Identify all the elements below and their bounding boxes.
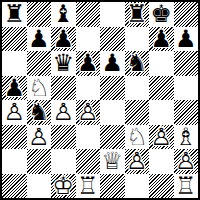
black-knight: ♞: [125, 51, 150, 76]
square-e3[interactable]: [100, 125, 125, 150]
white-queen: ♛♕: [100, 149, 125, 174]
piece-glyph: ♛: [51, 51, 76, 76]
white-knight: ♞♘: [27, 76, 52, 101]
square-a4[interactable]: ♟♙: [2, 100, 27, 125]
square-a8[interactable]: ♜: [2, 2, 27, 27]
black-pawn: ♟: [100, 51, 125, 76]
piece-outline-glyph: ♙: [149, 125, 174, 150]
square-c1[interactable]: ♚♔: [51, 174, 76, 199]
square-g6[interactable]: [149, 51, 174, 76]
black-queen: ♛: [51, 51, 76, 76]
square-a6[interactable]: [2, 51, 27, 76]
piece-glyph: ♟: [100, 51, 125, 76]
square-c7[interactable]: ♟: [51, 27, 76, 52]
square-c4[interactable]: ♟♙: [51, 100, 76, 125]
square-f7[interactable]: [125, 27, 150, 52]
square-d1[interactable]: ♜♖: [76, 174, 101, 199]
square-a1[interactable]: [2, 174, 27, 199]
square-b3[interactable]: ♟♙: [27, 125, 52, 150]
square-e1[interactable]: [100, 174, 125, 199]
square-a3[interactable]: [2, 125, 27, 150]
piece-outline-glyph: ♙: [51, 100, 76, 125]
piece-outline-glyph: ♖: [174, 174, 199, 199]
black-pawn: ♟: [51, 27, 76, 52]
square-b1[interactable]: [27, 174, 52, 199]
piece-outline-glyph: ♗: [174, 125, 199, 150]
piece-outline-glyph: ♙: [27, 125, 52, 150]
square-d5[interactable]: [76, 76, 101, 101]
square-e4[interactable]: [100, 100, 125, 125]
white-pawn: ♟♙: [2, 100, 27, 125]
piece-glyph: ♟: [174, 27, 199, 52]
piece-outline-glyph: ♔: [51, 174, 76, 199]
piece-glyph: ♟: [2, 76, 27, 101]
white-rook: ♜♖: [76, 174, 101, 199]
square-g5[interactable]: [149, 76, 174, 101]
white-knight: ♞♘: [125, 125, 150, 150]
piece-glyph: ♟: [76, 51, 101, 76]
square-c5[interactable]: [51, 76, 76, 101]
square-h6[interactable]: [174, 51, 199, 76]
piece-outline-glyph: ♙: [174, 149, 199, 174]
square-e7[interactable]: [100, 27, 125, 52]
square-g7[interactable]: ♟: [149, 27, 174, 52]
square-f5[interactable]: [125, 76, 150, 101]
black-rook: ♜: [125, 2, 150, 27]
square-f1[interactable]: [125, 174, 150, 199]
square-b6[interactable]: [27, 51, 52, 76]
square-b4[interactable]: ♞: [27, 100, 52, 125]
piece-outline-glyph: ♘: [27, 76, 52, 101]
piece-glyph: ♟: [51, 27, 76, 52]
chess-board: ♜♝♜♚♟♟♟♟♛♟♟♞♟♞♘♟♙♞♟♙♟♙♟♙♞♘♟♙♝♗♛♕♟♙♟♙♚♔♜♖…: [0, 0, 200, 200]
black-knight: ♞: [27, 100, 52, 125]
square-a2[interactable]: [2, 149, 27, 174]
piece-glyph: ♚: [149, 2, 174, 27]
square-b2[interactable]: [27, 149, 52, 174]
piece-outline-glyph: ♙: [76, 100, 101, 125]
piece-glyph: ♟: [149, 27, 174, 52]
square-a7[interactable]: [2, 27, 27, 52]
square-h8[interactable]: [174, 2, 199, 27]
black-pawn: ♟: [2, 76, 27, 101]
white-rook: ♜♖: [174, 174, 199, 199]
square-f4[interactable]: [125, 100, 150, 125]
piece-outline-glyph: ♖: [76, 174, 101, 199]
black-rook: ♜: [2, 2, 27, 27]
square-c6[interactable]: ♛: [51, 51, 76, 76]
white-bishop: ♝♗: [174, 125, 199, 150]
square-c2[interactable]: [51, 149, 76, 174]
piece-outline-glyph: ♕: [100, 149, 125, 174]
piece-glyph: ♝: [51, 2, 76, 27]
square-e8[interactable]: [100, 2, 125, 27]
square-d4[interactable]: ♟♙: [76, 100, 101, 125]
piece-outline-glyph: ♘: [125, 125, 150, 150]
square-e2[interactable]: ♛♕: [100, 149, 125, 174]
square-g1[interactable]: [149, 174, 174, 199]
white-pawn: ♟♙: [51, 100, 76, 125]
white-pawn: ♟♙: [125, 149, 150, 174]
black-pawn: ♟: [76, 51, 101, 76]
square-e5[interactable]: [100, 76, 125, 101]
square-f6[interactable]: ♞: [125, 51, 150, 76]
piece-glyph: ♜: [125, 2, 150, 27]
square-d2[interactable]: [76, 149, 101, 174]
square-g2[interactable]: [149, 149, 174, 174]
black-pawn: ♟: [174, 27, 199, 52]
white-pawn: ♟♙: [27, 125, 52, 150]
piece-outline-glyph: ♙: [2, 100, 27, 125]
white-pawn: ♟♙: [76, 100, 101, 125]
square-a5[interactable]: ♟: [2, 76, 27, 101]
square-h2[interactable]: ♟♙: [174, 149, 199, 174]
square-c3[interactable]: [51, 125, 76, 150]
square-g3[interactable]: ♟♙: [149, 125, 174, 150]
square-h3[interactable]: ♝♗: [174, 125, 199, 150]
black-pawn: ♟: [27, 27, 52, 52]
square-f2[interactable]: ♟♙: [125, 149, 150, 174]
square-g8[interactable]: ♚: [149, 2, 174, 27]
square-h7[interactable]: ♟: [174, 27, 199, 52]
piece-outline-glyph: ♙: [125, 149, 150, 174]
square-g4[interactable]: [149, 100, 174, 125]
square-f3[interactable]: ♞♘: [125, 125, 150, 150]
square-b7[interactable]: ♟: [27, 27, 52, 52]
square-d3[interactable]: [76, 125, 101, 150]
square-h1[interactable]: ♜♖: [174, 174, 199, 199]
black-bishop: ♝: [51, 2, 76, 27]
piece-glyph: ♞: [27, 100, 52, 125]
piece-glyph: ♟: [27, 27, 52, 52]
square-e6[interactable]: ♟: [100, 51, 125, 76]
square-f8[interactable]: ♜: [125, 2, 150, 27]
square-b8[interactable]: [27, 2, 52, 27]
black-king: ♚: [149, 2, 174, 27]
white-pawn: ♟♙: [174, 149, 199, 174]
piece-glyph: ♞: [125, 51, 150, 76]
black-pawn: ♟: [149, 27, 174, 52]
piece-glyph: ♜: [2, 2, 27, 27]
white-pawn: ♟♙: [149, 125, 174, 150]
square-h5[interactable]: [174, 76, 199, 101]
square-d7[interactable]: [76, 27, 101, 52]
square-c8[interactable]: ♝: [51, 2, 76, 27]
square-d8[interactable]: [76, 2, 101, 27]
square-h4[interactable]: [174, 100, 199, 125]
white-king: ♚♔: [51, 174, 76, 199]
square-d6[interactable]: ♟: [76, 51, 101, 76]
square-b5[interactable]: ♞♘: [27, 76, 52, 101]
